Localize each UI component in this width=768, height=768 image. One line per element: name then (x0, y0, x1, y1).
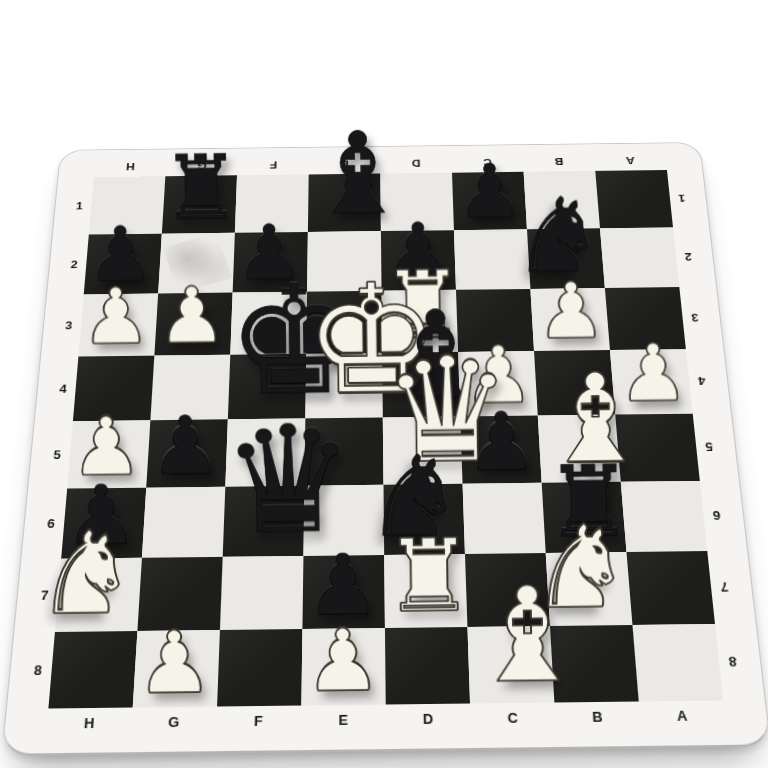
square-d8[interactable] (385, 627, 470, 704)
square-f8[interactable] (217, 629, 302, 706)
coordinate-label-a: A (639, 700, 727, 732)
square-h7[interactable]: ♞ (55, 558, 142, 632)
square-g1[interactable]: ♜ (162, 175, 237, 233)
square-d7[interactable]: ♜ (384, 554, 467, 628)
square-a1[interactable] (595, 170, 673, 228)
coordinate-label-h: H (46, 708, 133, 740)
square-f6[interactable]: ♛ (223, 486, 305, 557)
mat-corner (665, 149, 690, 170)
square-a2[interactable] (600, 227, 679, 288)
mat-layout: HGFEDCBA 12345678 ♜♝♟♟♟♟♞♟♟♜♟♚♚♝♟♟♟♟♛♟♝♟… (18, 149, 754, 740)
white-rook-d7[interactable]: ♜ (384, 525, 468, 626)
square-h3[interactable]: ♟ (78, 293, 158, 356)
square-g5[interactable]: ♟ (146, 419, 228, 487)
coordinate-label-h: H (94, 156, 167, 177)
square-g3[interactable]: ♟ (154, 293, 232, 356)
square-a8[interactable] (632, 624, 723, 701)
photo-background: HGFEDCBA 12345678 ♜♝♟♟♟♟♞♟♟♜♟♚♚♝♟♟♟♟♛♟♝♟… (0, 0, 768, 768)
square-e1[interactable]: ♝ (308, 174, 381, 232)
chess-mat: HGFEDCBA 12345678 ♜♝♟♟♟♟♞♟♟♜♟♚♚♝♟♟♟♟♛♟♝♟… (1, 142, 768, 756)
square-c5[interactable]: ♟ (460, 416, 541, 484)
coordinate-label-a: A (594, 150, 667, 171)
square-a6[interactable] (621, 481, 707, 552)
white-bishop-c8[interactable]: ♝ (468, 570, 554, 702)
black-bishop-e1[interactable]: ♝ (307, 117, 381, 231)
square-f7[interactable] (220, 556, 304, 630)
black-queen-f6[interactable]: ♛ (221, 406, 303, 555)
coordinate-label-c: C (470, 702, 556, 734)
coordinate-label-e: E (301, 705, 386, 737)
black-rook-g1[interactable]: ♜ (161, 143, 235, 232)
square-h8[interactable] (48, 631, 137, 709)
mat-corner (71, 157, 96, 178)
coordinate-label-f: F (216, 706, 302, 738)
square-g6[interactable] (142, 487, 225, 558)
white-pawn-e8[interactable]: ♟ (300, 617, 385, 703)
square-e8[interactable]: ♟ (301, 628, 385, 705)
white-pawn-b3[interactable]: ♟ (533, 271, 610, 349)
mat-corner (723, 700, 754, 731)
square-b3[interactable]: ♟ (530, 288, 610, 351)
mat-corner (18, 709, 48, 740)
white-pawn-h3[interactable]: ♟ (78, 277, 155, 355)
square-a7[interactable] (626, 551, 714, 625)
white-pawn-g8[interactable]: ♟ (132, 619, 217, 705)
board-tilt-wrapper: HGFEDCBA 12345678 ♜♝♟♟♟♟♞♟♟♜♟♚♚♝♟♟♟♟♛♟♝♟… (0, 141, 768, 768)
coordinate-label-b: B (554, 701, 641, 733)
coordinate-label-g: G (131, 707, 217, 739)
black-pawn-c5[interactable]: ♟ (462, 401, 542, 482)
white-pawn-g3[interactable]: ♟ (154, 276, 231, 354)
white-knight-h7[interactable]: ♞ (54, 515, 138, 630)
square-c8[interactable]: ♝ (467, 626, 554, 703)
coordinate-label-f: F (237, 154, 309, 175)
chess-board: ♜♝♟♟♟♟♞♟♟♜♟♚♚♝♟♟♟♟♛♟♝♟♛♞♜♞♟♜♞♟♟♝ (48, 170, 723, 709)
coordinate-label-b: B (522, 150, 595, 171)
coordinate-label-d: D (386, 703, 471, 735)
black-pawn-g5[interactable]: ♟ (145, 405, 225, 486)
square-g8[interactable]: ♟ (133, 630, 220, 707)
